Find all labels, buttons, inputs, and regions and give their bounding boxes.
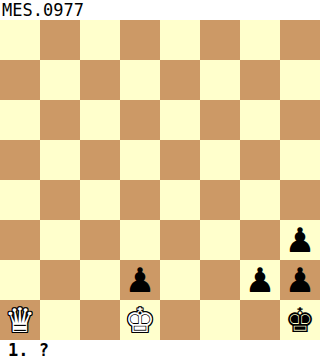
black-pawn: ♟ [285, 260, 315, 300]
square-c3[interactable] [80, 220, 120, 260]
square-h5[interactable] [280, 140, 320, 180]
square-f5[interactable] [200, 140, 240, 180]
square-h3[interactable]: ♟ [280, 220, 320, 260]
square-f3[interactable] [200, 220, 240, 260]
black-pawn: ♟ [285, 220, 315, 260]
square-b1[interactable] [40, 300, 80, 340]
square-a2[interactable] [0, 260, 40, 300]
square-d8[interactable] [120, 20, 160, 60]
problem-id-label: MES.0977 [0, 0, 84, 20]
square-a7[interactable] [0, 60, 40, 100]
square-h2[interactable]: ♟ [280, 260, 320, 300]
black-pawn: ♟ [125, 260, 155, 300]
square-b3[interactable] [40, 220, 80, 260]
square-b4[interactable] [40, 180, 80, 220]
square-d5[interactable] [120, 140, 160, 180]
square-b5[interactable] [40, 140, 80, 180]
diagram-footer: 1. ? [0, 340, 320, 360]
square-a4[interactable] [0, 180, 40, 220]
square-g2[interactable]: ♟ [240, 260, 280, 300]
square-c8[interactable] [80, 20, 120, 60]
diagram-header: MES.0977 [0, 0, 320, 20]
square-f7[interactable] [200, 60, 240, 100]
square-e5[interactable] [160, 140, 200, 180]
square-d7[interactable] [120, 60, 160, 100]
square-g5[interactable] [240, 140, 280, 180]
square-h8[interactable] [280, 20, 320, 60]
square-c1[interactable] [80, 300, 120, 340]
square-e3[interactable] [160, 220, 200, 260]
square-c7[interactable] [80, 60, 120, 100]
white-king: ♚ [125, 300, 155, 340]
square-h6[interactable] [280, 100, 320, 140]
square-d4[interactable] [120, 180, 160, 220]
square-e6[interactable] [160, 100, 200, 140]
square-c4[interactable] [80, 180, 120, 220]
square-g1[interactable] [240, 300, 280, 340]
square-f2[interactable] [200, 260, 240, 300]
square-e1[interactable] [160, 300, 200, 340]
square-g7[interactable] [240, 60, 280, 100]
square-h1[interactable]: ♚ [280, 300, 320, 340]
square-c6[interactable] [80, 100, 120, 140]
square-b2[interactable] [40, 260, 80, 300]
square-g6[interactable] [240, 100, 280, 140]
square-e2[interactable] [160, 260, 200, 300]
square-b7[interactable] [40, 60, 80, 100]
square-a3[interactable] [0, 220, 40, 260]
square-d6[interactable] [120, 100, 160, 140]
black-king: ♚ [285, 300, 315, 340]
square-c5[interactable] [80, 140, 120, 180]
chess-diagram-page: MES.0977 ♟♟♟♟♛♚♚ 1. ? [0, 0, 320, 360]
square-f1[interactable] [200, 300, 240, 340]
square-a8[interactable] [0, 20, 40, 60]
square-d3[interactable] [120, 220, 160, 260]
square-h4[interactable] [280, 180, 320, 220]
square-d1[interactable]: ♚ [120, 300, 160, 340]
square-a5[interactable] [0, 140, 40, 180]
black-pawn: ♟ [245, 260, 275, 300]
square-c2[interactable] [80, 260, 120, 300]
square-b6[interactable] [40, 100, 80, 140]
square-e4[interactable] [160, 180, 200, 220]
square-d2[interactable]: ♟ [120, 260, 160, 300]
square-f8[interactable] [200, 20, 240, 60]
move-prompt-label: 1. ? [0, 340, 49, 360]
square-a6[interactable] [0, 100, 40, 140]
square-a1[interactable]: ♛ [0, 300, 40, 340]
square-g3[interactable] [240, 220, 280, 260]
white-queen: ♛ [5, 300, 35, 340]
square-f4[interactable] [200, 180, 240, 220]
square-e8[interactable] [160, 20, 200, 60]
square-e7[interactable] [160, 60, 200, 100]
square-f6[interactable] [200, 100, 240, 140]
square-b8[interactable] [40, 20, 80, 60]
square-g4[interactable] [240, 180, 280, 220]
chess-board: ♟♟♟♟♛♚♚ [0, 20, 320, 340]
square-h7[interactable] [280, 60, 320, 100]
square-g8[interactable] [240, 20, 280, 60]
